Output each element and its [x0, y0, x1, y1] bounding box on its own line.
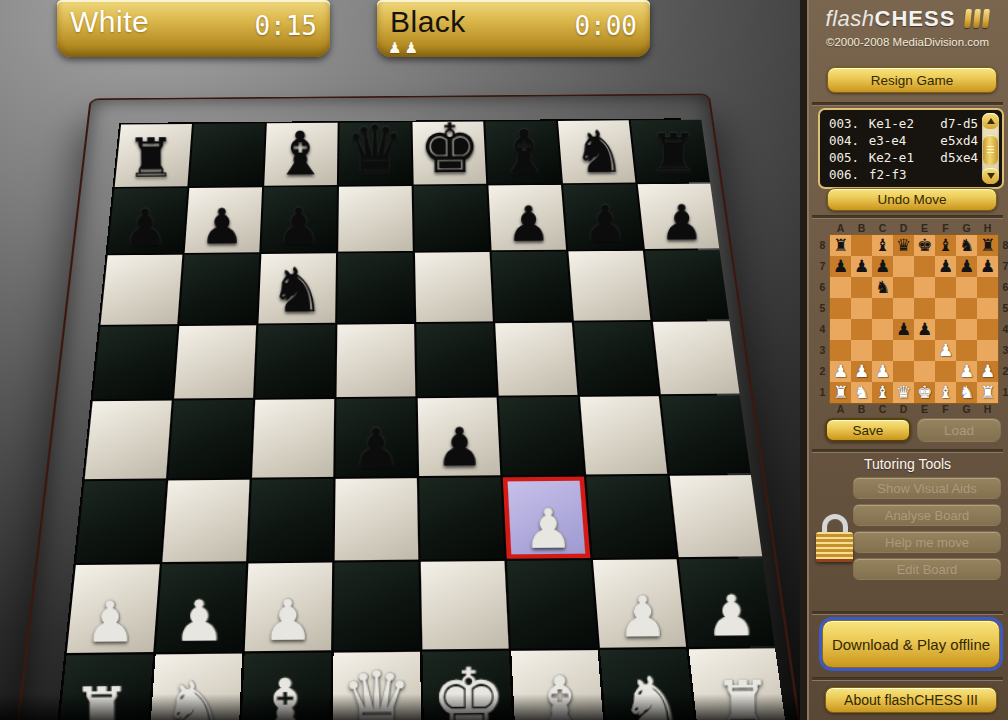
square-e8[interactable]: ♚ [412, 122, 486, 184]
mini-square-g6[interactable] [956, 277, 977, 298]
square-e4[interactable]: ♟ [418, 398, 501, 476]
square-d6[interactable] [337, 253, 414, 323]
square-f6[interactable] [492, 251, 572, 321]
mini-square-c2[interactable]: ♟ [872, 361, 893, 382]
divider [812, 611, 1003, 615]
mini-square-d2[interactable] [893, 361, 914, 382]
mini-square-g1[interactable]: ♞ [956, 382, 977, 403]
mini-piece-black-bishop-f8: ♝ [938, 237, 953, 254]
undo-move-button[interactable]: Undo Move [827, 188, 997, 211]
mini-board-grid: ♜♝♛♚♝♞♜♟♟♟♟♟♟♞♟♟♟♟♟♟♟♟♜♞♝♛♚♝♞♜ [830, 235, 998, 403]
mini-square-a5[interactable] [830, 298, 851, 319]
resign-game-button[interactable]: Resign Game [827, 67, 997, 93]
mini-square-d4[interactable]: ♟ [893, 319, 914, 340]
up-arrow-icon [987, 118, 995, 124]
file-label-e: E [914, 403, 935, 415]
mini-square-h3[interactable] [977, 340, 998, 361]
move-list-scrollbar[interactable] [982, 113, 999, 184]
mini-square-c3[interactable] [872, 340, 893, 361]
square-d8[interactable]: ♛ [339, 122, 412, 185]
mini-square-f3[interactable]: ♟ [935, 340, 956, 361]
mini-piece-black-knight-g8: ♞ [959, 237, 974, 254]
mini-piece-white-queen-d1: ♛ [896, 384, 911, 401]
mini-board-files-bottom: ABCDEFGH [830, 403, 998, 415]
piece-black-knight-c6[interactable]: ♞ [258, 259, 335, 321]
file-label-c: C [872, 222, 893, 234]
square-d5[interactable] [337, 323, 416, 397]
mini-board-files-top: ABCDEFGH [830, 222, 998, 234]
square-h5[interactable] [653, 321, 740, 394]
save-button[interactable]: Save [825, 418, 911, 442]
white-clock-bar: White 0:15 [57, 0, 330, 57]
move-cell [941, 166, 978, 183]
file-label-g: G [956, 222, 977, 234]
mini-square-e7[interactable] [914, 256, 935, 277]
load-button: Load [917, 418, 1001, 442]
help-me-move-button: Help me move [853, 531, 1001, 553]
mini-piece-white-knight-b1: ♞ [854, 384, 869, 401]
move-cell: 006. [829, 166, 869, 183]
mini-square-g4[interactable] [956, 319, 977, 340]
logo-chess-text: CHESS [875, 6, 956, 31]
file-label-a: A [830, 403, 851, 415]
square-f8[interactable]: ♝ [485, 121, 561, 183]
piece-black-king-e8[interactable]: ♚ [413, 113, 486, 182]
piece-black-pawn-g7[interactable]: ♟ [568, 198, 643, 248]
mini-square-c7[interactable]: ♟ [872, 256, 893, 277]
rank-label-4: 4 [1000, 319, 1008, 340]
show-visual-aids-button: Show Visual Aids [853, 477, 1001, 499]
divider [812, 449, 1003, 453]
rank-label-1: 1 [1000, 382, 1008, 403]
square-b5[interactable] [174, 325, 256, 399]
square-g5[interactable] [574, 321, 659, 395]
square-g3[interactable] [586, 475, 676, 558]
mini-square-h6[interactable] [977, 277, 998, 298]
piece-black-pawn-f7[interactable]: ♟ [491, 199, 566, 249]
mini-square-h8[interactable]: ♜ [977, 235, 998, 256]
file-label-e: E [914, 222, 935, 234]
mini-square-e3[interactable] [914, 340, 935, 361]
down-arrow-icon [987, 173, 995, 179]
rank-label-7: 7 [1000, 256, 1008, 277]
mini-square-f2[interactable] [935, 361, 956, 382]
sidebar: flashCHESS ©2000-2008 MediaDivision.com … [800, 0, 1008, 720]
mini-square-c4[interactable] [872, 319, 893, 340]
mini-square-b2[interactable]: ♟ [851, 361, 872, 382]
mini-piece-black-pawn-h7: ♟ [980, 258, 995, 275]
file-label-h: H [977, 403, 998, 415]
piece-black-rook-a8[interactable]: ♜ [114, 130, 187, 185]
piece-black-pawn-e4[interactable]: ♟ [419, 419, 501, 473]
move-row-006: 006.f2-f3 [829, 166, 978, 183]
mini-square-a3[interactable] [830, 340, 851, 361]
mini-square-g2[interactable]: ♟ [956, 361, 977, 382]
square-c3[interactable] [248, 478, 333, 561]
mini-square-a6[interactable] [830, 277, 851, 298]
edit-board-button: Edit Board [853, 558, 1001, 580]
rank-label-5: 5 [1000, 298, 1008, 319]
piece-black-pawn-a7[interactable]: ♟ [108, 202, 183, 252]
square-c6[interactable]: ♞ [258, 253, 336, 323]
piece-white-pawn-h2[interactable]: ♟ [688, 586, 775, 643]
piece-white-pawn-f3[interactable]: ♟ [506, 501, 590, 557]
chess-board-3d: ♜♝♛♚♝♞♜♟♟♟♟♟♟♞♟♟♟♟♟♟♟♟♜♞♝♛♚♝♞♜ [0, 96, 800, 720]
mini-piece-white-pawn-f3: ♟ [938, 342, 953, 359]
wood-board-frame: ♜♝♛♚♝♞♜♟♟♟♟♟♟♞♟♟♟♟♟♟♟♟♜♞♝♛♚♝♞♜ [12, 94, 800, 720]
mini-square-f7[interactable]: ♟ [935, 256, 956, 277]
piece-black-pawn-b7[interactable]: ♟ [184, 202, 259, 252]
mini-square-a2[interactable]: ♟ [830, 361, 851, 382]
piece-black-rook-h8[interactable]: ♜ [637, 126, 710, 180]
move-cell: d5xe4 [940, 149, 978, 166]
mini-board-ranks-right: 87654321 [1000, 235, 1008, 403]
mini-piece-black-pawn-b7: ♟ [854, 258, 869, 275]
mini-piece-white-king-e1: ♚ [917, 384, 932, 401]
rank-label-8: 8 [817, 235, 828, 256]
piece-black-bishop-f8[interactable]: ♝ [488, 121, 561, 182]
mini-square-c1[interactable]: ♝ [872, 382, 893, 403]
mini-piece-black-pawn-f7: ♟ [938, 258, 953, 275]
mini-square-b4[interactable] [851, 319, 872, 340]
square-a2[interactable]: ♟ [67, 564, 160, 652]
square-b8[interactable] [189, 123, 264, 186]
file-label-a: A [830, 222, 851, 234]
divider [812, 102, 1003, 106]
mini-square-b7[interactable]: ♟ [851, 256, 872, 277]
square-f2[interactable] [507, 560, 598, 648]
chess-board-squares: ♜♝♛♚♝♞♜♟♟♟♟♟♟♞♟♟♟♟♟♟♟♟♜♞♝♛♚♝♞♜ [54, 118, 763, 720]
mini-square-e6[interactable] [914, 277, 935, 298]
download-play-offline-button[interactable]: Download & Play offline [822, 620, 1000, 668]
mini-square-h4[interactable] [977, 319, 998, 340]
mini-square-f1[interactable]: ♝ [935, 382, 956, 403]
rank-label-5: 5 [817, 298, 828, 319]
mini-square-b5[interactable] [851, 298, 872, 319]
move-cell: d7-d5 [940, 115, 978, 132]
mini-piece-white-knight-g1: ♞ [959, 384, 974, 401]
move-cell: f2-f3 [869, 166, 941, 183]
square-d7[interactable] [338, 186, 413, 252]
square-f3[interactable]: ♟ [503, 476, 591, 559]
mini-square-d3[interactable] [893, 340, 914, 361]
mini-piece-white-bishop-c1: ♝ [875, 384, 890, 401]
mini-piece-black-king-e8: ♚ [917, 237, 932, 254]
white-player-label: White [70, 5, 149, 39]
captured-white-pawn-icon: ♟ [404, 39, 420, 56]
file-label-b: B [851, 403, 872, 415]
piece-white-pawn-g2[interactable]: ♟ [599, 587, 686, 644]
square-d2[interactable] [334, 562, 420, 650]
mini-square-h5[interactable] [977, 298, 998, 319]
square-g2[interactable]: ♟ [593, 559, 686, 647]
rank-label-6: 6 [817, 277, 828, 298]
move-cell: Ke1-e2 [869, 115, 941, 132]
piece-black-knight-g8[interactable]: ♞ [562, 123, 635, 182]
mini-square-a7[interactable]: ♟ [830, 256, 851, 277]
square-f5[interactable] [495, 322, 577, 396]
file-label-d: D [893, 222, 914, 234]
mini-square-f8[interactable]: ♝ [935, 235, 956, 256]
scroll-up-button[interactable] [982, 113, 999, 129]
divider [812, 677, 1003, 681]
scrollbar-thumb[interactable] [983, 135, 998, 165]
square-h3[interactable] [670, 475, 762, 558]
mini-piece-black-rook-a8: ♜ [833, 237, 848, 254]
file-label-b: B [851, 222, 872, 234]
square-c5[interactable] [255, 324, 335, 398]
move-row-005: 005.Ke2-e1d5xe4 [829, 149, 978, 166]
move-cell: 003. [829, 115, 869, 132]
square-f7[interactable]: ♟ [488, 184, 566, 250]
about-flashchess-button[interactable]: About flashCHESS III [825, 687, 997, 713]
move-row-003: 003.Ke1-e2d7-d5 [829, 115, 978, 132]
square-g8[interactable]: ♞ [558, 120, 635, 182]
mini-piece-white-rook-h1: ♜ [980, 384, 995, 401]
square-g4[interactable] [580, 396, 667, 474]
mini-piece-white-bishop-f1: ♝ [938, 384, 953, 401]
mini-piece-white-pawn-h2: ♟ [980, 363, 995, 380]
mini-piece-black-pawn-a7: ♟ [833, 258, 848, 275]
square-a5[interactable] [93, 326, 177, 400]
square-h8[interactable]: ♜ [631, 120, 710, 182]
copyright-text: ©2000-2008 MediaDivision.com [807, 36, 1008, 48]
mini-piece-black-queen-d8: ♛ [896, 237, 911, 254]
lock-body [816, 532, 853, 562]
mini-piece-white-rook-a1: ♜ [833, 384, 848, 401]
floor-shadow [0, 694, 800, 720]
piece-black-pawn-h7[interactable]: ♟ [644, 198, 719, 248]
file-label-f: F [935, 403, 956, 415]
file-label-d: D [893, 403, 914, 415]
square-c4[interactable] [252, 399, 334, 477]
mini-piece-black-pawn-e4: ♟ [917, 321, 932, 338]
move-cell: 004. [829, 132, 869, 149]
piece-white-pawn-b2[interactable]: ♟ [156, 592, 243, 650]
square-b6[interactable] [180, 254, 260, 324]
mini-piece-white-pawn-a2: ♟ [833, 363, 848, 380]
mini-square-b8[interactable] [851, 235, 872, 256]
mini-square-g3[interactable] [956, 340, 977, 361]
square-b7[interactable]: ♟ [185, 187, 262, 253]
mini-square-h2[interactable]: ♟ [977, 361, 998, 382]
rank-label-8: 8 [1000, 235, 1008, 256]
square-a7[interactable]: ♟ [108, 188, 187, 254]
rank-label-3: 3 [817, 340, 828, 361]
app-logo: flashCHESS [807, 6, 1008, 32]
mini-square-g8[interactable]: ♞ [956, 235, 977, 256]
square-f4[interactable] [499, 397, 584, 475]
square-g7[interactable]: ♟ [563, 184, 643, 250]
mini-square-c8[interactable]: ♝ [872, 235, 893, 256]
file-label-g: G [956, 403, 977, 415]
square-h6[interactable] [645, 250, 729, 319]
rank-label-7: 7 [817, 256, 828, 277]
square-e2[interactable] [421, 561, 509, 649]
square-a8[interactable]: ♜ [115, 124, 192, 187]
mini-square-d8[interactable]: ♛ [893, 235, 914, 256]
mini-square-d5[interactable] [893, 298, 914, 319]
black-clock-time: 0:00 [574, 11, 637, 41]
logo-flash-text: flash [826, 6, 875, 31]
square-e7[interactable] [414, 185, 490, 251]
square-a4[interactable] [85, 401, 172, 479]
divider [812, 215, 1003, 219]
square-b3[interactable] [162, 479, 249, 562]
rank-label-1: 1 [817, 382, 828, 403]
square-g6[interactable] [568, 251, 650, 321]
move-row-004: 004.e3-e4e5xd4 [829, 132, 978, 149]
piece-black-queen-d8[interactable]: ♛ [338, 116, 411, 183]
move-list: 003.Ke1-e2d7-d5004.e3-e4e5xd4005.Ke2-e1d… [818, 108, 1004, 189]
mini-piece-white-pawn-g2: ♟ [959, 363, 974, 380]
piece-black-pawn-d4[interactable]: ♟ [335, 420, 417, 474]
file-label-f: F [935, 222, 956, 234]
piece-black-bishop-c8[interactable]: ♝ [264, 123, 337, 184]
mini-piece-black-bishop-c8: ♝ [875, 237, 890, 254]
mini-square-e1[interactable]: ♚ [914, 382, 935, 403]
mini-square-d6[interactable] [893, 277, 914, 298]
file-label-c: C [872, 403, 893, 415]
mini-piece-black-pawn-c7: ♟ [875, 258, 890, 275]
rank-label-2: 2 [1000, 361, 1008, 382]
black-player-label: Black [390, 5, 466, 39]
mini-piece-black-rook-h8: ♜ [980, 237, 995, 254]
mini-piece-black-pawn-d4: ♟ [896, 321, 911, 338]
black-captured-pieces: ♟♟ [388, 40, 421, 55]
piece-black-pawn-c7[interactable]: ♟ [261, 201, 336, 251]
square-d3[interactable] [335, 478, 419, 561]
square-d4[interactable]: ♟ [336, 398, 417, 476]
captured-white-pawn-icon: ♟ [388, 39, 404, 56]
mini-square-a4[interactable] [830, 319, 851, 340]
mini-piece-black-knight-c6: ♞ [875, 279, 890, 296]
move-cell: Ke2-e1 [869, 149, 941, 166]
mini-square-g5[interactable] [956, 298, 977, 319]
mini-square-c6[interactable]: ♞ [872, 277, 893, 298]
mini-square-d1[interactable]: ♛ [893, 382, 914, 403]
mini-square-f6[interactable] [935, 277, 956, 298]
square-b2[interactable]: ♟ [156, 563, 246, 651]
square-c7[interactable]: ♟ [261, 186, 336, 252]
flashchess-app: White 0:15 Black 0:00 ♟♟ ♜♝♛♚♝♞♜♟♟♟♟♟♟♞♟… [0, 0, 1008, 720]
rank-label-2: 2 [817, 361, 828, 382]
mini-square-b6[interactable] [851, 277, 872, 298]
square-b4[interactable] [168, 400, 253, 478]
square-e6[interactable] [415, 252, 493, 322]
mini-piece-white-pawn-c2: ♟ [875, 363, 890, 380]
rank-label-6: 6 [1000, 277, 1008, 298]
tutoring-tools-title: Tutoring Tools [807, 456, 1008, 472]
move-cell: e3-e4 [869, 132, 941, 149]
lock-icon [816, 514, 853, 562]
move-cell: e5xd4 [940, 132, 978, 149]
square-e3[interactable] [419, 477, 504, 560]
scroll-down-button[interactable] [982, 168, 999, 184]
mini-piece-white-pawn-b2: ♟ [854, 363, 869, 380]
mini-square-g7[interactable]: ♟ [956, 256, 977, 277]
rank-label-3: 3 [1000, 340, 1008, 361]
square-a6[interactable] [101, 255, 183, 325]
mini-square-e5[interactable] [914, 298, 935, 319]
mini-square-h7[interactable]: ♟ [977, 256, 998, 277]
square-h4[interactable] [661, 395, 751, 473]
mini-square-c5[interactable] [872, 298, 893, 319]
piece-white-pawn-c2[interactable]: ♟ [244, 591, 331, 649]
mini-square-a1[interactable]: ♜ [830, 382, 851, 403]
mini-square-e4[interactable]: ♟ [914, 319, 935, 340]
logo-iii-numeral [962, 9, 989, 32]
analyse-board-button: Analyse Board [853, 504, 1001, 526]
black-clock-bar: Black 0:00 ♟♟ [377, 0, 650, 57]
mini-square-f4[interactable] [935, 319, 956, 340]
mini-square-e2[interactable] [914, 361, 935, 382]
mini-square-h1[interactable]: ♜ [977, 382, 998, 403]
square-c2[interactable]: ♟ [245, 563, 332, 651]
mini-square-a8[interactable]: ♜ [830, 235, 851, 256]
square-a3[interactable] [76, 480, 166, 563]
move-cell: 005. [829, 149, 869, 166]
piece-white-pawn-a2[interactable]: ♟ [67, 592, 154, 650]
file-label-h: H [977, 222, 998, 234]
square-c8[interactable]: ♝ [264, 123, 337, 186]
mini-square-f5[interactable] [935, 298, 956, 319]
square-h2[interactable]: ♟ [679, 558, 775, 646]
mini-board-ranks-left: 87654321 [817, 235, 828, 403]
square-h7[interactable]: ♟ [638, 183, 720, 249]
white-clock-time: 0:15 [254, 11, 317, 41]
mini-square-e8[interactable]: ♚ [914, 235, 935, 256]
mini-square-d7[interactable] [893, 256, 914, 277]
rank-label-4: 4 [817, 319, 828, 340]
mini-piece-black-pawn-g7: ♟ [959, 258, 974, 275]
mini-square-b3[interactable] [851, 340, 872, 361]
square-e5[interactable] [416, 323, 496, 397]
board-scene: White 0:15 Black 0:00 ♟♟ ♜♝♛♚♝♞♜♟♟♟♟♟♟♞♟… [0, 0, 800, 720]
move-list-rows: 003.Ke1-e2d7-d5004.e3-e4e5xd4005.Ke2-e1d… [829, 115, 978, 183]
mini-square-b1[interactable]: ♞ [851, 382, 872, 403]
